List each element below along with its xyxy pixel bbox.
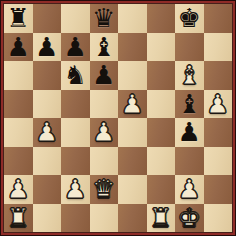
- square-f7[interactable]: [147, 33, 176, 62]
- square-d1[interactable]: [90, 204, 119, 233]
- chess-board-frame: ♜♛♚♟♟♟♝♞♟♝♟♝♟♟♟♟♟♟♛♟♜♜♚: [0, 0, 236, 236]
- piece-white-pawn[interactable]: ♟: [35, 119, 58, 145]
- square-d8[interactable]: ♛: [90, 4, 119, 33]
- piece-black-bishop[interactable]: ♝: [178, 91, 201, 117]
- piece-black-king[interactable]: ♚: [178, 5, 201, 31]
- square-c2[interactable]: ♟: [61, 175, 90, 204]
- square-g3[interactable]: [175, 147, 204, 176]
- square-h6[interactable]: [204, 61, 233, 90]
- square-h2[interactable]: [204, 175, 233, 204]
- square-c8[interactable]: [61, 4, 90, 33]
- square-e4[interactable]: [118, 118, 147, 147]
- square-b2[interactable]: [33, 175, 62, 204]
- piece-white-pawn[interactable]: ♟: [121, 91, 144, 117]
- square-a8[interactable]: ♜: [4, 4, 33, 33]
- square-a2[interactable]: ♟: [4, 175, 33, 204]
- square-c5[interactable]: [61, 90, 90, 119]
- chess-board: ♜♛♚♟♟♟♝♞♟♝♟♝♟♟♟♟♟♟♛♟♜♜♚: [3, 3, 233, 233]
- piece-black-queen[interactable]: ♛: [92, 5, 115, 31]
- square-g8[interactable]: ♚: [175, 4, 204, 33]
- square-e6[interactable]: [118, 61, 147, 90]
- piece-white-king[interactable]: ♚: [178, 205, 201, 231]
- piece-black-bishop[interactable]: ♝: [92, 34, 115, 60]
- square-c6[interactable]: ♞: [61, 61, 90, 90]
- square-h5[interactable]: ♟: [204, 90, 233, 119]
- square-a4[interactable]: [4, 118, 33, 147]
- square-f4[interactable]: [147, 118, 176, 147]
- piece-white-pawn[interactable]: ♟: [178, 176, 201, 202]
- square-h7[interactable]: [204, 33, 233, 62]
- square-d6[interactable]: ♟: [90, 61, 119, 90]
- square-g4[interactable]: ♟: [175, 118, 204, 147]
- square-a6[interactable]: [4, 61, 33, 90]
- square-g7[interactable]: [175, 33, 204, 62]
- square-b7[interactable]: ♟: [33, 33, 62, 62]
- square-f5[interactable]: [147, 90, 176, 119]
- square-f6[interactable]: [147, 61, 176, 90]
- square-b1[interactable]: [33, 204, 62, 233]
- square-b6[interactable]: [33, 61, 62, 90]
- square-f3[interactable]: [147, 147, 176, 176]
- piece-white-queen[interactable]: ♛: [92, 176, 115, 202]
- piece-black-pawn[interactable]: ♟: [178, 119, 201, 145]
- square-d3[interactable]: [90, 147, 119, 176]
- piece-white-pawn[interactable]: ♟: [64, 176, 87, 202]
- square-a1[interactable]: ♜: [4, 204, 33, 233]
- square-a7[interactable]: ♟: [4, 33, 33, 62]
- piece-white-pawn[interactable]: ♟: [206, 91, 229, 117]
- piece-white-rook[interactable]: ♜: [149, 205, 172, 231]
- square-b4[interactable]: ♟: [33, 118, 62, 147]
- square-h1[interactable]: [204, 204, 233, 233]
- piece-white-bishop[interactable]: ♝: [178, 62, 201, 88]
- square-c3[interactable]: [61, 147, 90, 176]
- square-b5[interactable]: [33, 90, 62, 119]
- square-b3[interactable]: [33, 147, 62, 176]
- square-e2[interactable]: [118, 175, 147, 204]
- square-g1[interactable]: ♚: [175, 204, 204, 233]
- square-d4[interactable]: ♟: [90, 118, 119, 147]
- square-e1[interactable]: [118, 204, 147, 233]
- piece-white-rook[interactable]: ♜: [7, 205, 30, 231]
- square-c4[interactable]: [61, 118, 90, 147]
- square-a3[interactable]: [4, 147, 33, 176]
- square-e8[interactable]: [118, 4, 147, 33]
- square-a5[interactable]: [4, 90, 33, 119]
- square-b8[interactable]: [33, 4, 62, 33]
- square-h8[interactable]: [204, 4, 233, 33]
- piece-black-pawn[interactable]: ♟: [7, 34, 30, 60]
- square-d2[interactable]: ♛: [90, 175, 119, 204]
- piece-white-pawn[interactable]: ♟: [92, 119, 115, 145]
- piece-black-rook[interactable]: ♜: [7, 5, 30, 31]
- square-h4[interactable]: [204, 118, 233, 147]
- piece-black-knight[interactable]: ♞: [64, 62, 87, 88]
- piece-white-pawn[interactable]: ♟: [7, 176, 30, 202]
- square-e3[interactable]: [118, 147, 147, 176]
- square-h3[interactable]: [204, 147, 233, 176]
- square-e5[interactable]: ♟: [118, 90, 147, 119]
- square-f2[interactable]: [147, 175, 176, 204]
- square-c7[interactable]: ♟: [61, 33, 90, 62]
- square-d7[interactable]: ♝: [90, 33, 119, 62]
- piece-black-pawn[interactable]: ♟: [92, 62, 115, 88]
- square-c1[interactable]: [61, 204, 90, 233]
- square-e7[interactable]: [118, 33, 147, 62]
- square-f8[interactable]: [147, 4, 176, 33]
- piece-black-pawn[interactable]: ♟: [35, 34, 58, 60]
- piece-black-pawn[interactable]: ♟: [64, 34, 87, 60]
- square-g6[interactable]: ♝: [175, 61, 204, 90]
- square-g2[interactable]: ♟: [175, 175, 204, 204]
- square-d5[interactable]: [90, 90, 119, 119]
- square-f1[interactable]: ♜: [147, 204, 176, 233]
- square-g5[interactable]: ♝: [175, 90, 204, 119]
